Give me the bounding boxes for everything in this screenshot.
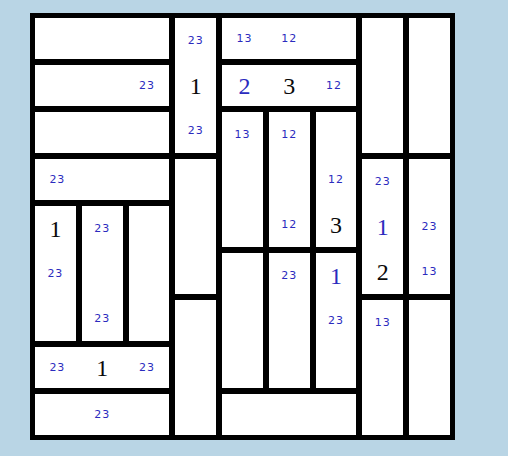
cell-r6c4[interactable] [222, 298, 263, 343]
pencil-marks: 13 [422, 265, 438, 278]
cell-r0c4[interactable]: 13 [222, 18, 267, 59]
region-N: 2312 [359, 156, 406, 297]
cell-r8c1[interactable]: 23 [80, 394, 125, 435]
cell-r6c1[interactable]: 23 [82, 296, 123, 341]
cell-r7c2[interactable]: 23 [125, 347, 170, 388]
cell-r1c2[interactable]: 23 [125, 65, 170, 106]
given-digit: 1 [190, 74, 202, 98]
cell-r5c4[interactable] [222, 253, 263, 298]
pencil-marks: 12 [281, 218, 297, 231]
entered-digit: 1 [330, 264, 342, 288]
region-I: 13 [219, 109, 266, 250]
cell-r7c3[interactable] [175, 345, 216, 390]
cell-r2c8[interactable] [409, 108, 450, 153]
pencil-marks: 23 [94, 408, 110, 421]
cell-r7c6[interactable] [316, 343, 357, 388]
cell-r1c7[interactable] [362, 63, 403, 108]
cell-r5c3[interactable] [175, 249, 216, 294]
cell-r8c3[interactable] [175, 390, 216, 435]
cell-r8c2[interactable] [125, 394, 170, 435]
cell-r5c5[interactable]: 23 [269, 253, 310, 298]
cell-r1c5[interactable]: 3 [267, 65, 312, 106]
region-V [172, 297, 219, 438]
region-R [126, 203, 173, 344]
pencil-marks: 23 [49, 361, 65, 374]
cell-r5c7[interactable]: 2 [362, 249, 403, 294]
pencil-marks: 23 [94, 222, 110, 235]
cell-r1c4[interactable]: 2 [222, 65, 267, 106]
region-H [32, 109, 172, 156]
region-Y: 23123 [32, 344, 172, 391]
cell-r6c2[interactable] [129, 296, 170, 341]
cell-r0c8[interactable] [409, 18, 450, 63]
pencil-marks: 23 [328, 314, 344, 327]
cell-r7c4[interactable] [222, 343, 263, 388]
cell-r5c0[interactable]: 23 [35, 251, 76, 296]
cell-r1c3[interactable]: 1 [175, 63, 216, 108]
region-E [406, 15, 453, 156]
cell-r3c8[interactable] [409, 159, 450, 204]
pencil-marks: 13 [234, 128, 250, 141]
cell-r5c6[interactable]: 1 [316, 253, 357, 298]
cell-r4c5[interactable]: 12 [269, 202, 310, 247]
pencil-marks: 12 [281, 32, 297, 45]
pencil-marks: 23 [49, 173, 65, 186]
region-J: 1212 [266, 109, 313, 250]
cell-r0c0[interactable] [35, 18, 80, 59]
region-D [359, 15, 406, 156]
given-digit: 1 [96, 356, 108, 380]
cell-r3c6[interactable]: 12 [316, 157, 357, 202]
cell-r6c7[interactable]: 13 [362, 300, 403, 345]
pencil-marks: 12 [328, 173, 344, 186]
cell-r3c2[interactable] [125, 159, 170, 200]
given-digit: 1 [49, 217, 61, 241]
cell-r2c3[interactable]: 23 [175, 108, 216, 153]
pencil-marks: 23 [281, 269, 297, 282]
cell-r7c7[interactable] [362, 345, 403, 390]
cell-r6c6[interactable]: 23 [316, 298, 357, 343]
region-B: 23123 [172, 15, 219, 156]
pencil-marks: 23 [139, 361, 155, 374]
region-W: 13 [359, 297, 406, 438]
region-X [406, 297, 453, 438]
cell-r6c8[interactable] [409, 300, 450, 345]
cell-r8c7[interactable] [362, 390, 403, 435]
pencil-marks: 23 [188, 124, 204, 137]
puzzle-screen: 2312313122323121312121232323122313123232… [0, 0, 508, 456]
pencil-marks: 23 [422, 220, 438, 233]
entered-digit: 2 [238, 74, 250, 98]
region-G: 2312 [219, 62, 359, 109]
cell-r7c8[interactable] [409, 345, 450, 390]
pencil-marks: 12 [326, 79, 342, 92]
cell-r8c4[interactable] [222, 394, 267, 435]
region-Q: 2323 [79, 203, 126, 344]
pencil-marks: 23 [94, 312, 110, 325]
cell-r5c1[interactable] [82, 251, 123, 296]
cell-r3c4[interactable] [222, 157, 263, 202]
cell-r7c1[interactable]: 1 [80, 347, 125, 388]
region-U: 123 [313, 250, 360, 391]
pencil-marks: 23 [139, 79, 155, 92]
cell-r5c2[interactable] [129, 251, 170, 296]
cell-r4c7[interactable]: 1 [362, 204, 403, 249]
cell-r6c3[interactable] [175, 300, 216, 345]
cell-r1c8[interactable] [409, 63, 450, 108]
cell-r0c1[interactable] [80, 18, 125, 59]
given-digit: 2 [377, 260, 389, 284]
cell-r4c4[interactable] [222, 202, 263, 247]
cell-r0c3[interactable]: 23 [175, 18, 216, 63]
entered-digit: 1 [377, 215, 389, 239]
region-T: 23 [266, 250, 313, 391]
pencil-marks: 23 [188, 34, 204, 47]
cell-r4c0[interactable]: 1 [35, 206, 76, 251]
pencil-marks: 23 [375, 175, 391, 188]
given-digit: 3 [283, 74, 295, 98]
cell-r8c8[interactable] [409, 390, 450, 435]
region-a [219, 391, 359, 438]
cell-r8c0[interactable] [35, 394, 80, 435]
cell-r7c0[interactable]: 23 [35, 347, 80, 388]
region-M [172, 156, 219, 297]
region-P: 123 [32, 203, 79, 344]
pencil-marks: 13 [236, 32, 252, 45]
region-A [32, 15, 172, 62]
cell-r8c5[interactable] [267, 394, 312, 435]
cell-r3c0[interactable]: 23 [35, 159, 80, 200]
cell-r2c6[interactable] [316, 112, 357, 157]
cell-r0c2[interactable] [125, 18, 170, 59]
cell-r2c4[interactable]: 13 [222, 112, 263, 157]
cell-r2c0[interactable] [35, 112, 80, 153]
pencil-marks: 13 [375, 316, 391, 329]
cell-r4c6[interactable]: 3 [316, 202, 357, 247]
cell-r4c8[interactable]: 23 [409, 204, 450, 249]
cell-r4c3[interactable] [175, 204, 216, 249]
cell-r6c5[interactable] [269, 298, 310, 343]
cell-r3c5[interactable] [269, 157, 310, 202]
cell-r6c0[interactable] [35, 296, 76, 341]
cell-r8c6[interactable] [312, 394, 357, 435]
cell-r2c7[interactable] [362, 108, 403, 153]
cell-r2c1[interactable] [80, 112, 125, 153]
region-S [219, 250, 266, 391]
cell-r1c6[interactable]: 12 [312, 65, 357, 106]
region-C: 1312 [219, 15, 359, 62]
cell-r1c0[interactable] [35, 65, 80, 106]
region-O: 2313 [406, 156, 453, 297]
cell-r3c3[interactable] [175, 159, 216, 204]
cell-r5c8[interactable]: 13 [409, 249, 450, 294]
tatami-board: 2312313122323121312121232323122313123232… [30, 13, 455, 440]
cell-r4c2[interactable] [129, 206, 170, 251]
cell-r0c5[interactable]: 12 [267, 18, 312, 59]
cell-r0c7[interactable] [362, 18, 403, 63]
region-K: 123 [313, 109, 360, 250]
region-Z: 23 [32, 391, 172, 438]
cell-r7c5[interactable] [269, 343, 310, 388]
cell-r3c7[interactable]: 23 [362, 159, 403, 204]
region-L: 23 [32, 156, 172, 203]
region-F: 23 [32, 62, 172, 109]
given-digit: 3 [330, 213, 342, 237]
cell-r2c2[interactable] [125, 112, 170, 153]
cell-r3c1[interactable] [80, 159, 125, 200]
pencil-marks: 23 [47, 267, 63, 280]
cell-r2c5[interactable]: 12 [269, 112, 310, 157]
cell-r0c6[interactable] [312, 18, 357, 59]
cell-r1c1[interactable] [80, 65, 125, 106]
pencil-marks: 12 [281, 128, 297, 141]
cell-r4c1[interactable]: 23 [82, 206, 123, 251]
